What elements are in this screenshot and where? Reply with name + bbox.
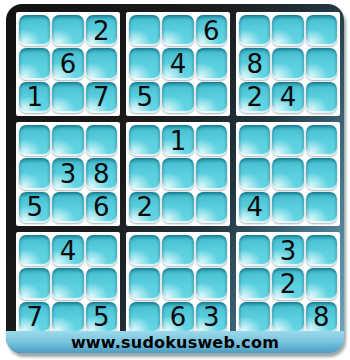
cell-r1c3[interactable]: 2 [86,15,117,46]
cell-r7c9[interactable] [306,235,337,266]
cell-r2c3[interactable] [86,48,117,79]
box-1-1: 2617 [16,12,120,116]
cell-r4c7[interactable] [239,125,270,156]
cell-r5c3[interactable]: 8 [86,158,117,189]
cell-r8c3[interactable] [86,268,117,299]
cell-r5c2[interactable]: 3 [52,158,83,189]
cell-r8c8[interactable]: 2 [272,268,303,299]
box-3-2: 63 [126,232,230,336]
cell-r8c1[interactable] [19,268,50,299]
cell-r2c1[interactable] [19,48,50,79]
cell-r3c3[interactable]: 7 [86,82,117,113]
cell-r7c2[interactable]: 4 [52,235,83,266]
cell-r5c1[interactable] [19,158,50,189]
cell-r4c1[interactable] [19,125,50,156]
sudoku-grid: 2617645824385612447563328 [16,12,340,336]
cell-r7c1[interactable] [19,235,50,266]
cell-r5c4[interactable] [129,158,160,189]
cell-r4c3[interactable] [86,125,117,156]
cell-r5c8[interactable] [272,158,303,189]
cell-r8c4[interactable] [129,268,160,299]
cell-r7c7[interactable] [239,235,270,266]
cell-r1c7[interactable] [239,15,270,46]
cell-r6c1[interactable]: 5 [19,192,50,223]
cell-r3c1[interactable]: 1 [19,82,50,113]
cell-r2c2[interactable]: 6 [52,48,83,79]
box-3-3: 328 [236,232,340,336]
box-2-3: 4 [236,122,340,226]
cell-r9c8[interactable] [272,302,303,333]
cell-r9c3[interactable]: 5 [86,302,117,333]
cell-r5c7[interactable] [239,158,270,189]
cell-r7c3[interactable] [86,235,117,266]
cell-r8c2[interactable] [52,268,83,299]
cell-r1c8[interactable] [272,15,303,46]
cell-r8c6[interactable] [196,268,227,299]
box-2-1: 3856 [16,122,120,226]
cell-r8c7[interactable] [239,268,270,299]
cell-r3c8[interactable]: 4 [272,82,303,113]
cell-r2c8[interactable] [272,48,303,79]
cell-r3c6[interactable] [196,82,227,113]
cell-r9c7[interactable] [239,302,270,333]
cell-r9c9[interactable]: 8 [306,302,337,333]
cell-r2c4[interactable] [129,48,160,79]
box-1-3: 824 [236,12,340,116]
cell-r4c6[interactable] [196,125,227,156]
cell-r1c6[interactable]: 6 [196,15,227,46]
cell-r2c6[interactable] [196,48,227,79]
cell-r4c4[interactable] [129,125,160,156]
cell-r6c2[interactable] [52,192,83,223]
cell-r5c5[interactable] [162,158,193,189]
cell-r6c3[interactable]: 6 [86,192,117,223]
cell-r1c5[interactable] [162,15,193,46]
cell-r9c5[interactable]: 6 [162,302,193,333]
cell-r3c7[interactable]: 2 [239,82,270,113]
cell-r1c9[interactable] [306,15,337,46]
cell-r6c8[interactable] [272,192,303,223]
cell-r7c8[interactable]: 3 [272,235,303,266]
cell-r2c9[interactable] [306,48,337,79]
cell-r3c2[interactable] [52,82,83,113]
cell-r7c4[interactable] [129,235,160,266]
cell-r9c4[interactable] [129,302,160,333]
footer-bar: www.sudokusweb.com [6,331,344,353]
cell-r6c6[interactable] [196,192,227,223]
cell-r4c8[interactable] [272,125,303,156]
cell-r2c5[interactable]: 4 [162,48,193,79]
cell-r7c6[interactable] [196,235,227,266]
cell-r4c9[interactable] [306,125,337,156]
cell-r1c1[interactable] [19,15,50,46]
cell-r5c9[interactable] [306,158,337,189]
site-url: www.sudokusweb.com [71,333,279,352]
cell-r6c5[interactable] [162,192,193,223]
cell-r4c5[interactable]: 1 [162,125,193,156]
cell-r9c2[interactable] [52,302,83,333]
cell-r3c9[interactable] [306,82,337,113]
cell-r4c2[interactable] [52,125,83,156]
cell-r6c9[interactable] [306,192,337,223]
box-2-2: 12 [126,122,230,226]
cell-r1c4[interactable] [129,15,160,46]
box-3-1: 475 [16,232,120,336]
cell-r8c9[interactable] [306,268,337,299]
cell-r5c6[interactable] [196,158,227,189]
cell-r6c4[interactable]: 2 [129,192,160,223]
cell-r3c5[interactable] [162,82,193,113]
cell-r9c1[interactable]: 7 [19,302,50,333]
cell-r1c2[interactable] [52,15,83,46]
cell-r8c5[interactable] [162,268,193,299]
box-1-2: 645 [126,12,230,116]
cell-r6c7[interactable]: 4 [239,192,270,223]
cell-r7c5[interactable] [162,235,193,266]
sudoku-board: 2617645824385612447563328 www.sudokusweb… [6,4,344,353]
cell-r2c7[interactable]: 8 [239,48,270,79]
cell-r9c6[interactable]: 3 [196,302,227,333]
cell-r3c4[interactable]: 5 [129,82,160,113]
